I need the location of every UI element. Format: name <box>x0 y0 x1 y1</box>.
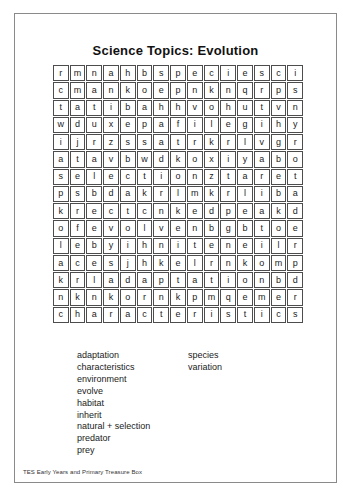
grid-cell: m <box>70 82 86 98</box>
grid-cell: k <box>120 82 136 98</box>
grid-cell: h <box>271 117 287 133</box>
grid-cell: i <box>53 134 69 150</box>
grid-cell: n <box>53 289 69 305</box>
grid-cell: i <box>220 151 236 167</box>
worksheet-canvas: Science Topics: Evolution rmnahbspeciesc… <box>0 0 353 500</box>
grid-cell: a <box>237 169 253 185</box>
grid-cell: x <box>103 117 119 133</box>
grid-cell: c <box>53 307 69 323</box>
grid-cell: b <box>86 238 102 254</box>
grid-cell: a <box>153 117 169 133</box>
grid-cell: v <box>271 100 287 116</box>
grid-cell: n <box>187 169 203 185</box>
grid-cell: d <box>204 203 220 219</box>
grid-cell: a <box>137 100 153 116</box>
grid-cell: k <box>153 255 169 271</box>
grid-cell: k <box>53 272 69 288</box>
grid-cell: t <box>237 307 253 323</box>
grid-cell: l <box>271 238 287 254</box>
grid-cell: v <box>153 220 169 236</box>
grid-cell: i <box>254 307 270 323</box>
grid-cell: m <box>254 289 270 305</box>
grid-cell: r <box>220 134 236 150</box>
grid-cell: r <box>137 289 153 305</box>
grid-cell: e <box>187 203 203 219</box>
grid-cell: z <box>103 134 119 150</box>
grid-cell: f <box>170 117 186 133</box>
grid-cell: f <box>70 220 86 236</box>
grid-cell: i <box>204 307 220 323</box>
grid-cell: e <box>70 238 86 254</box>
grid-cell: u <box>237 100 253 116</box>
grid-cell: i <box>254 186 270 202</box>
grid-cell: a <box>120 186 136 202</box>
grid-cell: e <box>120 117 136 133</box>
grid-cell: b <box>271 272 287 288</box>
grid-cell: k <box>237 255 253 271</box>
grid-cell: c <box>137 307 153 323</box>
grid-cell: n <box>153 238 169 254</box>
grid-cell: p <box>220 203 236 219</box>
grid-cell: r <box>220 186 236 202</box>
grid-cell: a <box>120 307 136 323</box>
grid-cell: o <box>187 151 203 167</box>
grid-cell: n <box>254 272 270 288</box>
grid-cell: r <box>70 203 86 219</box>
grid-cell: s <box>153 65 169 81</box>
grid-cell: h <box>220 100 236 116</box>
grid-cell: y <box>287 117 303 133</box>
grid-cell: c <box>204 65 220 81</box>
grid-cell: t <box>53 100 69 116</box>
wordsearch-grid: rmnahbspeciescicmankoepnknqrpstatibahhvo… <box>53 65 303 323</box>
grid-cell: g <box>271 134 287 150</box>
grid-cell: t <box>86 100 102 116</box>
grid-cell: v <box>103 151 119 167</box>
grid-cell: c <box>70 255 86 271</box>
grid-cell: k <box>137 186 153 202</box>
grid-cell: h <box>137 255 153 271</box>
grid-cell: e <box>170 220 186 236</box>
grid-cell: e <box>86 255 102 271</box>
grid-cell: r <box>187 307 203 323</box>
grid-cell: u <box>86 117 102 133</box>
grid-cell: a <box>103 272 119 288</box>
word-list-item: evolve <box>77 386 150 398</box>
grid-cell: s <box>137 134 153 150</box>
word-list-item: prey <box>77 445 150 457</box>
grid-cell: k <box>170 151 186 167</box>
grid-cell: o <box>287 151 303 167</box>
grid-cell: t <box>220 169 236 185</box>
grid-cell: o <box>271 220 287 236</box>
grid-cell: d <box>120 272 136 288</box>
grid-cell: r <box>287 289 303 305</box>
grid-cell: r <box>287 134 303 150</box>
grid-cell: e <box>271 169 287 185</box>
grid-cell: a <box>137 272 153 288</box>
grid-cell: a <box>103 65 119 81</box>
page-title: Science Topics: Evolution <box>15 43 336 58</box>
grid-cell: k <box>204 186 220 202</box>
grid-cell: e <box>237 289 253 305</box>
grid-cell: o <box>137 82 153 98</box>
grid-cell: d <box>287 272 303 288</box>
grid-cell: k <box>170 289 186 305</box>
grid-cell: r <box>153 186 169 202</box>
grid-cell: l <box>86 272 102 288</box>
grid-cell: t <box>287 169 303 185</box>
grid-cell: l <box>237 186 253 202</box>
grid-cell: r <box>103 307 119 323</box>
grid-cell: y <box>237 151 253 167</box>
grid-cell: r <box>254 169 270 185</box>
grid-cell: e <box>86 203 102 219</box>
grid-cell: h <box>137 238 153 254</box>
grid-cell: g <box>237 117 253 133</box>
grid-cell: b <box>271 151 287 167</box>
grid-cell: d <box>103 186 119 202</box>
grid-cell: s <box>254 65 270 81</box>
grid-cell: o <box>204 100 220 116</box>
grid-cell: t <box>254 220 270 236</box>
grid-cell: s <box>287 82 303 98</box>
grid-cell: d <box>70 117 86 133</box>
grid-cell: r <box>53 65 69 81</box>
grid-cell: e <box>86 220 102 236</box>
grid-cell: c <box>120 169 136 185</box>
grid-cell: i <box>254 238 270 254</box>
grid-cell: s <box>53 169 69 185</box>
grid-cell: i <box>220 272 236 288</box>
grid-cell: p <box>187 289 203 305</box>
grid-cell: a <box>70 100 86 116</box>
grid-cell: e <box>204 238 220 254</box>
grid-cell: m <box>70 65 86 81</box>
grid-cell: l <box>237 134 253 150</box>
grid-cell: o <box>254 255 270 271</box>
grid-cell: g <box>220 220 236 236</box>
grid-cell: m <box>271 255 287 271</box>
grid-cell: c <box>53 82 69 98</box>
grid-cell: e <box>153 82 169 98</box>
grid-cell: r <box>187 134 203 150</box>
grid-cell: h <box>120 65 136 81</box>
grid-cell: h <box>70 307 86 323</box>
grid-cell: r <box>254 82 270 98</box>
grid-cell: k <box>170 203 186 219</box>
grid-cell: t <box>70 151 86 167</box>
grid-cell: t <box>120 203 136 219</box>
word-list-left: adaptationcharacteristicsenvironmentevol… <box>77 350 150 457</box>
grid-cell: d <box>287 203 303 219</box>
word-list-item: species <box>188 350 222 362</box>
grid-cell: e <box>170 307 186 323</box>
grid-cell: b <box>137 65 153 81</box>
word-list-right: speciesvariation <box>188 350 222 374</box>
grid-cell: e <box>237 203 253 219</box>
grid-cell: j <box>120 255 136 271</box>
grid-cell: o <box>120 220 136 236</box>
grid-cell: z <box>204 169 220 185</box>
grid-cell: r <box>287 238 303 254</box>
word-list-item: adaptation <box>77 350 150 362</box>
grid-cell: i <box>220 65 236 81</box>
grid-cell: p <box>170 65 186 81</box>
word-list-item: natural + selection <box>77 421 150 433</box>
grid-cell: t <box>170 272 186 288</box>
grid-cell: s <box>120 134 136 150</box>
grid-cell: c <box>271 307 287 323</box>
grid-cell: c <box>103 203 119 219</box>
grid-cell: i <box>254 117 270 133</box>
grid-cell: v <box>254 134 270 150</box>
grid-cell: t <box>204 272 220 288</box>
grid-cell: p <box>170 82 186 98</box>
grid-cell: h <box>170 100 186 116</box>
grid-cell: n <box>103 82 119 98</box>
grid-cell: l <box>53 238 69 254</box>
grid-cell: q <box>220 289 236 305</box>
grid-cell: s <box>287 307 303 323</box>
grid-cell: n <box>187 82 203 98</box>
grid-cell: n <box>187 220 203 236</box>
footer-credit: TES Early Years and Primary Treasure Box <box>23 469 142 475</box>
grid-cell: e <box>287 220 303 236</box>
grid-cell: e <box>187 65 203 81</box>
grid-cell: i <box>153 169 169 185</box>
grid-cell: t <box>170 134 186 150</box>
grid-cell: p <box>271 82 287 98</box>
grid-cell: x <box>204 151 220 167</box>
grid-cell: q <box>237 82 253 98</box>
grid-cell: a <box>153 134 169 150</box>
grid-cell: e <box>70 169 86 185</box>
grid-cell: b <box>86 186 102 202</box>
grid-cell: p <box>137 117 153 133</box>
grid-cell: o <box>237 272 253 288</box>
grid-cell: e <box>237 65 253 81</box>
grid-cell: b <box>237 220 253 236</box>
grid-cell: o <box>53 220 69 236</box>
grid-cell: i <box>170 238 186 254</box>
grid-cell: v <box>103 220 119 236</box>
grid-cell: j <box>70 134 86 150</box>
grid-cell: e <box>271 289 287 305</box>
grid-cell: s <box>70 186 86 202</box>
grid-cell: s <box>220 307 236 323</box>
grid-cell: l <box>170 186 186 202</box>
grid-cell: b <box>204 220 220 236</box>
grid-cell: k <box>53 203 69 219</box>
grid-cell: b <box>120 100 136 116</box>
grid-cell: a <box>187 272 203 288</box>
grid-cell: i <box>187 117 203 133</box>
grid-cell: c <box>271 65 287 81</box>
grid-cell: a <box>86 307 102 323</box>
word-list-item: predator <box>77 433 150 445</box>
grid-cell: k <box>103 289 119 305</box>
grid-cell: i <box>120 238 136 254</box>
grid-cell: n <box>220 82 236 98</box>
grid-cell: h <box>153 100 169 116</box>
grid-cell: r <box>204 255 220 271</box>
grid-cell: k <box>70 289 86 305</box>
grid-cell: r <box>70 272 86 288</box>
grid-cell: e <box>170 255 186 271</box>
grid-cell: t <box>153 307 169 323</box>
word-list-item: characteristics <box>77 362 150 374</box>
grid-cell: i <box>287 65 303 81</box>
grid-cell: b <box>271 186 287 202</box>
grid-cell: l <box>187 255 203 271</box>
grid-cell: a <box>254 151 270 167</box>
grid-cell: l <box>86 169 102 185</box>
grid-cell: n <box>153 289 169 305</box>
grid-cell: t <box>137 169 153 185</box>
grid-cell: a <box>287 186 303 202</box>
grid-cell: d <box>153 151 169 167</box>
word-list-item: variation <box>188 362 222 374</box>
grid-cell: a <box>86 82 102 98</box>
grid-cell: a <box>53 151 69 167</box>
grid-cell: n <box>153 203 169 219</box>
grid-cell: w <box>137 151 153 167</box>
word-list-item: inherit <box>77 410 150 422</box>
grid-cell: a <box>53 255 69 271</box>
grid-cell: r <box>86 134 102 150</box>
grid-cell: l <box>204 117 220 133</box>
grid-cell: n <box>86 289 102 305</box>
grid-cell: v <box>187 100 203 116</box>
grid-cell: s <box>103 255 119 271</box>
grid-cell: n <box>86 65 102 81</box>
grid-cell: w <box>53 117 69 133</box>
grid-cell: a <box>86 151 102 167</box>
grid-cell: e <box>103 169 119 185</box>
grid-cell: b <box>120 151 136 167</box>
page-border: Science Topics: Evolution rmnahbspeciesc… <box>14 13 337 483</box>
grid-cell: l <box>137 220 153 236</box>
grid-cell: n <box>220 255 236 271</box>
word-list-item: environment <box>77 374 150 386</box>
grid-cell: o <box>120 289 136 305</box>
grid-cell: a <box>254 203 270 219</box>
grid-cell: y <box>103 238 119 254</box>
grid-cell: n <box>220 238 236 254</box>
grid-cell: p <box>287 255 303 271</box>
grid-cell: n <box>287 100 303 116</box>
grid-cell: m <box>204 289 220 305</box>
grid-cell: c <box>137 203 153 219</box>
grid-cell: o <box>170 169 186 185</box>
grid-cell: i <box>103 100 119 116</box>
grid-cell: k <box>204 134 220 150</box>
grid-cell: k <box>271 203 287 219</box>
grid-cell: t <box>254 100 270 116</box>
grid-cell: e <box>220 117 236 133</box>
grid-cell: p <box>53 186 69 202</box>
grid-cell: t <box>187 238 203 254</box>
word-list-item: habitat <box>77 398 150 410</box>
grid-cell: e <box>237 238 253 254</box>
grid-cell: m <box>187 186 203 202</box>
grid-cell: p <box>153 272 169 288</box>
grid-cell: k <box>204 82 220 98</box>
